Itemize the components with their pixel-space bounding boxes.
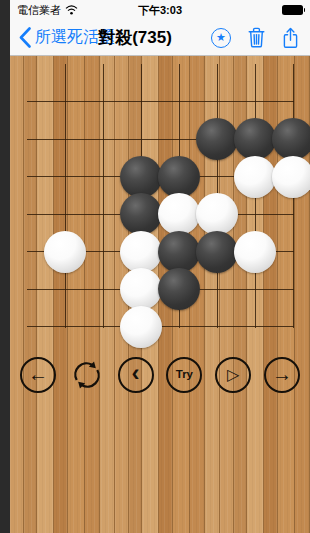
stone-white (158, 193, 200, 235)
stone-black (120, 156, 162, 198)
stone-white (120, 231, 162, 273)
try-button[interactable]: Try (166, 357, 202, 393)
stone-black (234, 118, 276, 160)
stone-black (196, 231, 238, 273)
stone-white (196, 193, 238, 235)
stone-black (158, 268, 200, 310)
restart-button[interactable] (69, 357, 105, 393)
app-screen: 電信業者 下午3:03 所選死活題 對殺(735) ★ (10, 0, 310, 533)
left-arrow-icon: ← (28, 364, 48, 384)
play-triangle-icon: ▷ (227, 367, 239, 383)
stone-black (196, 118, 238, 160)
stone-white (234, 156, 276, 198)
back-arrow-button[interactable]: ← (20, 357, 56, 393)
stone-black (158, 156, 200, 198)
stone-white (120, 306, 162, 348)
stone-black (120, 193, 162, 235)
stone-white (272, 156, 310, 198)
chevron-left-small-icon: ‹ (132, 361, 140, 385)
next-move-button[interactable]: ▷ (215, 357, 251, 393)
go-board[interactable] (10, 0, 310, 533)
right-arrow-icon: → (272, 364, 292, 384)
stone-black (272, 118, 310, 160)
stone-white (234, 231, 276, 273)
stone-black (158, 231, 200, 273)
grid-line-horizontal (27, 101, 294, 102)
forward-arrow-button[interactable]: → (264, 357, 300, 393)
stone-white (44, 231, 86, 273)
restart-icon (63, 351, 110, 398)
prev-move-button[interactable]: ‹ (118, 357, 154, 393)
move-toolbar: ← ‹ Try ▷ → (20, 356, 300, 393)
stone-white (120, 268, 162, 310)
try-label: Try (176, 369, 193, 381)
